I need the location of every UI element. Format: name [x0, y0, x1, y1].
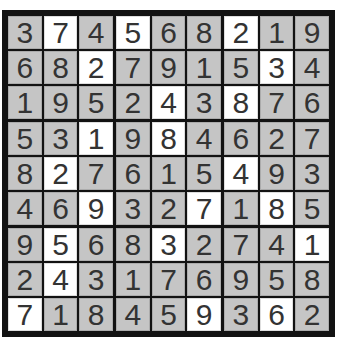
cell-r6c7[interactable]: 1	[224, 192, 258, 225]
cell-r3c9[interactable]: 6	[295, 86, 329, 119]
cell-r8c7[interactable]: 9	[224, 263, 258, 296]
cell-r2c6[interactable]: 1	[187, 51, 221, 84]
cell-r6c3[interactable]: 9	[79, 192, 113, 225]
cell-r4c6[interactable]: 4	[187, 122, 221, 155]
cell-r1c3[interactable]: 4	[79, 16, 113, 49]
cell-r6c4[interactable]: 3	[116, 192, 150, 225]
cell-r1c5[interactable]: 6	[152, 16, 186, 49]
cell-r8c3[interactable]: 3	[79, 263, 113, 296]
cell-r7c4[interactable]: 8	[116, 228, 150, 261]
box-6: 627493185	[224, 122, 329, 225]
cell-r3c5[interactable]: 4	[152, 86, 186, 119]
cell-r1c4[interactable]: 5	[116, 16, 150, 49]
cell-r5c9[interactable]: 3	[295, 157, 329, 190]
cell-r3c1[interactable]: 1	[8, 86, 42, 119]
cell-r8c8[interactable]: 5	[260, 263, 294, 296]
cell-r2c7[interactable]: 5	[224, 51, 258, 84]
cell-r9c2[interactable]: 1	[44, 298, 78, 331]
cell-r3c6[interactable]: 3	[187, 86, 221, 119]
cell-r4c5[interactable]: 8	[152, 122, 186, 155]
cell-r8c2[interactable]: 4	[44, 263, 78, 296]
cell-r6c5[interactable]: 2	[152, 192, 186, 225]
cell-r9c7[interactable]: 3	[224, 298, 258, 331]
cell-r6c1[interactable]: 4	[8, 192, 42, 225]
cell-r9c3[interactable]: 8	[79, 298, 113, 331]
box-1: 374682195	[8, 16, 113, 119]
cell-r2c9[interactable]: 4	[295, 51, 329, 84]
cell-r1c6[interactable]: 8	[187, 16, 221, 49]
cell-r4c2[interactable]: 3	[44, 122, 78, 155]
box-5: 984615327	[116, 122, 221, 225]
box-2: 568791243	[116, 16, 221, 119]
cell-r7c7[interactable]: 7	[224, 228, 258, 261]
cell-r5c4[interactable]: 6	[116, 157, 150, 190]
cell-r8c1[interactable]: 2	[8, 263, 42, 296]
cell-r7c1[interactable]: 9	[8, 228, 42, 261]
cell-r6c8[interactable]: 8	[260, 192, 294, 225]
cell-r3c4[interactable]: 2	[116, 86, 150, 119]
cell-r9c6[interactable]: 9	[187, 298, 221, 331]
cell-r1c9[interactable]: 9	[295, 16, 329, 49]
cell-r9c9[interactable]: 2	[295, 298, 329, 331]
cell-r7c9[interactable]: 1	[295, 228, 329, 261]
cell-r4c8[interactable]: 2	[260, 122, 294, 155]
cell-r2c8[interactable]: 3	[260, 51, 294, 84]
cell-r9c1[interactable]: 7	[8, 298, 42, 331]
cell-r5c7[interactable]: 4	[224, 157, 258, 190]
cell-r7c2[interactable]: 5	[44, 228, 78, 261]
cell-r6c6[interactable]: 7	[187, 192, 221, 225]
cell-r6c9[interactable]: 5	[295, 192, 329, 225]
cell-r5c6[interactable]: 5	[187, 157, 221, 190]
cell-r5c1[interactable]: 8	[8, 157, 42, 190]
cell-r4c9[interactable]: 7	[295, 122, 329, 155]
cell-r2c2[interactable]: 8	[44, 51, 78, 84]
cell-r2c3[interactable]: 2	[79, 51, 113, 84]
cell-r1c2[interactable]: 7	[44, 16, 78, 49]
cell-r9c4[interactable]: 4	[116, 298, 150, 331]
cell-r5c3[interactable]: 7	[79, 157, 113, 190]
sudoku-board: 3746821955687912432195348765318274699846…	[2, 10, 335, 337]
page: 3746821955687912432195348765318274699846…	[0, 0, 337, 345]
cell-r3c8[interactable]: 7	[260, 86, 294, 119]
cell-r8c9[interactable]: 8	[295, 263, 329, 296]
cell-r8c6[interactable]: 6	[187, 263, 221, 296]
cell-r4c1[interactable]: 5	[8, 122, 42, 155]
cell-r7c6[interactable]: 2	[187, 228, 221, 261]
cell-r1c1[interactable]: 3	[8, 16, 42, 49]
cell-r3c3[interactable]: 5	[79, 86, 113, 119]
cell-r5c8[interactable]: 9	[260, 157, 294, 190]
cell-r4c7[interactable]: 6	[224, 122, 258, 155]
cell-r4c3[interactable]: 1	[79, 122, 113, 155]
cell-r2c4[interactable]: 7	[116, 51, 150, 84]
cell-r5c2[interactable]: 2	[44, 157, 78, 190]
cell-r4c4[interactable]: 9	[116, 122, 150, 155]
box-9: 741958362	[224, 228, 329, 331]
box-7: 956243718	[8, 228, 113, 331]
box-4: 531827469	[8, 122, 113, 225]
cell-r9c5[interactable]: 5	[152, 298, 186, 331]
cell-r7c5[interactable]: 3	[152, 228, 186, 261]
box-8: 832176459	[116, 228, 221, 331]
cell-r1c7[interactable]: 2	[224, 16, 258, 49]
box-3: 219534876	[224, 16, 329, 119]
cell-r8c5[interactable]: 7	[152, 263, 186, 296]
cell-r2c5[interactable]: 9	[152, 51, 186, 84]
cell-r3c7[interactable]: 8	[224, 86, 258, 119]
cell-r8c4[interactable]: 1	[116, 263, 150, 296]
cell-r2c1[interactable]: 6	[8, 51, 42, 84]
cell-r7c3[interactable]: 6	[79, 228, 113, 261]
cell-r1c8[interactable]: 1	[260, 16, 294, 49]
cell-r9c8[interactable]: 6	[260, 298, 294, 331]
cell-r3c2[interactable]: 9	[44, 86, 78, 119]
cell-r5c5[interactable]: 1	[152, 157, 186, 190]
cell-r6c2[interactable]: 6	[44, 192, 78, 225]
cell-r7c8[interactable]: 4	[260, 228, 294, 261]
